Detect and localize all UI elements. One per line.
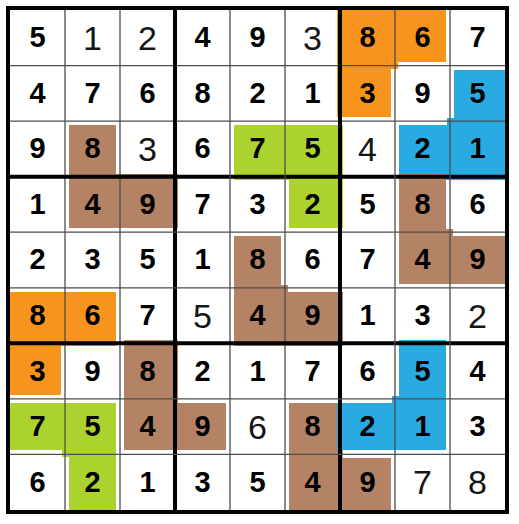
digit: 7 (469, 23, 485, 52)
digit: 3 (303, 21, 322, 55)
cell-r8c2[interactable]: 5 (65, 399, 120, 455)
cell-r6c5[interactable]: 4 (230, 288, 285, 344)
digit: 7 (304, 357, 320, 386)
cell-r2c9[interactable]: 5 (450, 66, 505, 122)
digit: 6 (359, 357, 375, 386)
cell-r7c3[interactable]: 8 (120, 343, 175, 399)
cell-r9c8[interactable]: 7 (395, 454, 450, 510)
cell-r7c7[interactable]: 6 (340, 343, 395, 399)
cell-r6c6[interactable]: 9 (285, 288, 340, 344)
cell-r8c8[interactable]: 1 (395, 399, 450, 455)
digit: 4 (139, 412, 155, 441)
digit: 8 (249, 245, 265, 274)
cell-r3c6[interactable]: 5 (285, 121, 340, 177)
digit: 4 (194, 23, 210, 52)
cell-r5c9[interactable]: 9 (450, 232, 505, 288)
digit: 8 (359, 23, 375, 52)
cell-r1c9[interactable]: 7 (450, 10, 505, 66)
cell-r1c5[interactable]: 9 (230, 10, 285, 66)
digit: 2 (194, 357, 210, 386)
digit: 6 (414, 23, 430, 52)
cell-r6c2[interactable]: 6 (65, 288, 120, 344)
digit: 9 (469, 245, 485, 274)
cell-r7c5[interactable]: 1 (230, 343, 285, 399)
digit: 8 (84, 134, 100, 163)
cell-r4c2[interactable]: 4 (65, 177, 120, 233)
cell-r4c6[interactable]: 2 (285, 177, 340, 233)
digit: 4 (29, 79, 45, 108)
digit: 5 (359, 190, 375, 219)
cell-r6c4[interactable]: 5 (175, 288, 230, 344)
cell-r9c2[interactable]: 2 (65, 454, 120, 510)
digit: 1 (139, 468, 155, 497)
cell-r1c8[interactable]: 6 (395, 10, 450, 66)
cell-r2c7[interactable]: 3 (340, 66, 395, 122)
digit: 5 (139, 245, 155, 274)
digit: 9 (29, 134, 45, 163)
digit: 1 (359, 301, 375, 330)
digit: 3 (84, 245, 100, 274)
digit: 4 (358, 132, 377, 166)
digit: 2 (414, 134, 430, 163)
cell-r1c1[interactable]: 5 (10, 10, 65, 66)
cell-r5c5[interactable]: 8 (230, 232, 285, 288)
digit: 4 (249, 301, 265, 330)
digit: 9 (84, 357, 100, 386)
cell-r7c2[interactable]: 9 (65, 343, 120, 399)
digit: 7 (413, 465, 432, 499)
cell-r1c6[interactable]: 3 (285, 10, 340, 66)
digit: 6 (139, 79, 155, 108)
cell-r9c4[interactable]: 3 (175, 454, 230, 510)
digit: 2 (468, 299, 487, 333)
digit: 5 (304, 134, 320, 163)
digit: 7 (139, 301, 155, 330)
cell-r8c6[interactable]: 8 (285, 399, 340, 455)
digit: 9 (249, 23, 265, 52)
digit: 2 (138, 21, 157, 55)
cell-r8c3[interactable]: 4 (120, 399, 175, 455)
digit: 4 (304, 468, 320, 497)
cell-r9c6[interactable]: 4 (285, 454, 340, 510)
cell-r2c1[interactable]: 4 (10, 66, 65, 122)
digit: 9 (359, 468, 375, 497)
cell-r4c5[interactable]: 3 (230, 177, 285, 233)
cell-r9c3[interactable]: 1 (120, 454, 175, 510)
digit: 1 (469, 134, 485, 163)
digit: 2 (359, 412, 375, 441)
digit: 2 (29, 245, 45, 274)
sudoku-board: 5124938674768213959836754211497325862351… (6, 6, 509, 514)
digit: 8 (139, 357, 155, 386)
cell-r8c5[interactable]: 6 (230, 399, 285, 455)
digit: 6 (29, 468, 45, 497)
cell-r6c8[interactable]: 3 (395, 288, 450, 344)
digit: 8 (304, 412, 320, 441)
cell-r3c3[interactable]: 3 (120, 121, 175, 177)
cell-r8c9[interactable]: 3 (450, 399, 505, 455)
cell-r3c1[interactable]: 9 (10, 121, 65, 177)
digit: 7 (359, 245, 375, 274)
digit: 7 (249, 134, 265, 163)
cell-r1c3[interactable]: 2 (120, 10, 175, 66)
cell-r5c7[interactable]: 7 (340, 232, 395, 288)
digit: 5 (469, 79, 485, 108)
cell-r8c1[interactable]: 7 (10, 399, 65, 455)
cell-r4c1[interactable]: 1 (10, 177, 65, 233)
cell-r4c3[interactable]: 9 (120, 177, 175, 233)
digit: 3 (359, 79, 375, 108)
digit: 7 (84, 79, 100, 108)
cell-r8c7[interactable]: 2 (340, 399, 395, 455)
cell-r8c4[interactable]: 9 (175, 399, 230, 455)
digit: 2 (84, 468, 100, 497)
digit: 5 (414, 357, 430, 386)
cell-r6c1[interactable]: 8 (10, 288, 65, 344)
cell-r7c4[interactable]: 2 (175, 343, 230, 399)
digit: 3 (29, 357, 45, 386)
cell-r7c6[interactable]: 7 (285, 343, 340, 399)
cell-r1c7[interactable]: 8 (340, 10, 395, 66)
digit: 7 (194, 190, 210, 219)
digit: 4 (414, 245, 430, 274)
digit: 9 (304, 301, 320, 330)
digit: 6 (469, 190, 485, 219)
digit: 8 (29, 301, 45, 330)
digit: 1 (83, 21, 102, 55)
digit: 1 (304, 79, 320, 108)
digit: 5 (29, 23, 45, 52)
cell-r3c8[interactable]: 2 (395, 121, 450, 177)
digit: 9 (139, 190, 155, 219)
digit: 5 (249, 468, 265, 497)
cell-r2c4[interactable]: 8 (175, 66, 230, 122)
digit: 3 (414, 301, 430, 330)
cell-r2c3[interactable]: 6 (120, 66, 175, 122)
cell-r4c4[interactable]: 7 (175, 177, 230, 233)
digit: 4 (84, 190, 100, 219)
cell-r6c3[interactable]: 7 (120, 288, 175, 344)
cell-r2c6[interactable]: 1 (285, 66, 340, 122)
cell-r9c1[interactable]: 6 (10, 454, 65, 510)
cell-r5c6[interactable]: 6 (285, 232, 340, 288)
cell-r2c2[interactable]: 7 (65, 66, 120, 122)
digit: 8 (468, 465, 487, 499)
digit: 1 (194, 245, 210, 274)
digit: 6 (84, 301, 100, 330)
digit: 1 (414, 412, 430, 441)
digit: 1 (249, 357, 265, 386)
digit: 9 (194, 412, 210, 441)
digit: 6 (304, 245, 320, 274)
digit: 9 (414, 79, 430, 108)
digit: 2 (304, 190, 320, 219)
digit: 3 (469, 412, 485, 441)
cell-r3c2[interactable]: 8 (65, 121, 120, 177)
cell-r9c5[interactable]: 5 (230, 454, 285, 510)
digit: 6 (194, 134, 210, 163)
cell-grid: 5124938674768213959836754211497325862351… (10, 10, 505, 510)
cell-r3c7[interactable]: 4 (340, 121, 395, 177)
digit: 3 (194, 468, 210, 497)
cell-r4c7[interactable]: 5 (340, 177, 395, 233)
digit: 2 (249, 79, 265, 108)
cell-r2c5[interactable]: 2 (230, 66, 285, 122)
cell-r4c9[interactable]: 6 (450, 177, 505, 233)
cell-r9c9[interactable]: 8 (450, 454, 505, 510)
cell-r9c7[interactable]: 9 (340, 454, 395, 510)
cell-r7c9[interactable]: 4 (450, 343, 505, 399)
cell-r6c7[interactable]: 1 (340, 288, 395, 344)
digit: 8 (414, 190, 430, 219)
cell-r5c8[interactable]: 4 (395, 232, 450, 288)
digit: 5 (84, 412, 100, 441)
cell-r1c2[interactable]: 1 (65, 10, 120, 66)
cell-r1c4[interactable]: 4 (175, 10, 230, 66)
cell-r3c9[interactable]: 1 (450, 121, 505, 177)
cell-r5c1[interactable]: 2 (10, 232, 65, 288)
digit: 3 (249, 190, 265, 219)
cell-r4c8[interactable]: 8 (395, 177, 450, 233)
cell-r6c9[interactable]: 2 (450, 288, 505, 344)
digit: 7 (29, 412, 45, 441)
cell-r5c3[interactable]: 5 (120, 232, 175, 288)
cell-r2c8[interactable]: 9 (395, 66, 450, 122)
cell-r5c4[interactable]: 1 (175, 232, 230, 288)
page: 5124938674768213959836754211497325862351… (0, 0, 519, 524)
cell-r3c5[interactable]: 7 (230, 121, 285, 177)
digit: 1 (29, 190, 45, 219)
digit: 5 (193, 299, 212, 333)
digit: 6 (248, 410, 267, 444)
cell-r7c1[interactable]: 3 (10, 343, 65, 399)
digit: 3 (138, 132, 157, 166)
cell-r7c8[interactable]: 5 (395, 343, 450, 399)
digit: 8 (194, 79, 210, 108)
cell-r3c4[interactable]: 6 (175, 121, 230, 177)
digit: 4 (469, 357, 485, 386)
cell-r5c2[interactable]: 3 (65, 232, 120, 288)
